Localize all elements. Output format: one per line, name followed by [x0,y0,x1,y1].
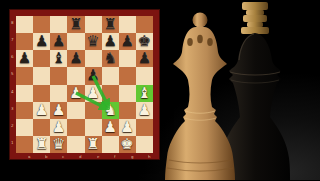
square-g4[interactable] [119,85,136,102]
piece-white-queen-c1[interactable]: ♛ [52,136,65,153]
piece-black-bishop-c6[interactable]: ♝ [52,50,65,67]
square-a3[interactable] [16,102,33,119]
square-b7[interactable]: ♟ [33,33,50,50]
square-c5[interactable] [50,67,67,84]
square-a6[interactable]: ♟ [16,50,33,67]
decorative-chess-pieces-photo [150,0,320,180]
screenshot-root: ♜♜♟♟♛♟♟♚♟♝♟♞♟♟♟♟♝♟♟♞♟♟♟♟♜♛♜♚ 87654321abc… [0,0,320,180]
file-label-a: a [28,154,30,159]
piece-black-knight-f6[interactable]: ♞ [103,50,116,67]
square-g6[interactable] [119,50,136,67]
square-c7[interactable]: ♟ [50,33,67,50]
square-f2[interactable]: ♟ [102,119,119,136]
square-f6[interactable]: ♞ [102,50,119,67]
board-grid: ♜♜♟♟♛♟♟♚♟♝♟♞♟♟♟♟♝♟♟♞♟♟♟♟♜♛♜♚ [16,16,153,153]
square-a8[interactable] [16,16,33,33]
piece-black-pawn-g7[interactable]: ♟ [121,33,134,50]
square-g3[interactable] [119,102,136,119]
file-label-d: d [79,154,82,159]
piece-black-pawn-b7[interactable]: ♟ [35,33,48,50]
square-c1[interactable]: ♛ [50,136,67,153]
piece-black-pawn-a6[interactable]: ♟ [18,50,31,67]
square-f5[interactable] [102,67,119,84]
square-d5[interactable] [67,67,84,84]
piece-white-rook-e1[interactable]: ♜ [86,136,99,153]
square-g7[interactable]: ♟ [119,33,136,50]
square-e5[interactable]: ♟ [85,67,102,84]
piece-white-pawn-b3[interactable]: ♟ [35,102,48,119]
rank-label-6: 6 [11,54,14,59]
rank-label-4: 4 [11,89,14,94]
square-g2[interactable]: ♟ [119,119,136,136]
square-b6[interactable] [33,50,50,67]
queen-crown-dimple [187,38,193,46]
piece-white-pawn-f2[interactable]: ♟ [103,119,116,136]
piece-white-pawn-e4[interactable]: ♟ [86,85,99,102]
square-c4[interactable] [50,85,67,102]
square-a5[interactable] [16,67,33,84]
queen-ball-top [193,13,208,28]
square-d1[interactable] [67,136,84,153]
file-label-e: e [97,154,99,159]
piece-white-pawn-c2[interactable]: ♟ [52,119,65,136]
square-d7[interactable] [67,33,84,50]
piece-black-rook-d8[interactable]: ♜ [69,16,82,33]
piece-black-rook-f8[interactable]: ♜ [103,16,116,33]
file-label-c: c [62,154,64,159]
square-e8[interactable] [85,16,102,33]
square-b5[interactable] [33,67,50,84]
file-label-f: f [114,154,115,159]
square-a7[interactable] [16,33,33,50]
white-queen-photo [165,13,235,181]
piece-black-pawn-d6[interactable]: ♟ [69,50,82,67]
piece-white-pawn-c3[interactable]: ♟ [52,102,65,119]
rank-label-8: 8 [11,20,14,25]
square-g8[interactable] [119,16,136,33]
piece-white-king-g1[interactable]: ♚ [121,136,134,153]
rank-label-3: 3 [11,106,14,111]
king-finial [242,2,268,10]
chess-board: ♜♜♟♟♛♟♟♚♟♝♟♞♟♟♟♟♝♟♟♞♟♟♟♟♜♛♜♚ 87654321abc… [10,10,159,159]
piece-black-pawn-f7[interactable]: ♟ [103,33,116,50]
square-b8[interactable] [33,16,50,33]
rank-label-2: 2 [11,123,14,128]
square-f7[interactable]: ♟ [102,33,119,50]
file-label-g: g [131,154,134,159]
square-d4[interactable]: ♟ [67,85,84,102]
piece-black-queen-e7[interactable]: ♛ [86,33,99,50]
square-d8[interactable]: ♜ [67,16,84,33]
square-g1[interactable]: ♚ [119,136,136,153]
square-d6[interactable]: ♟ [67,50,84,67]
square-b4[interactable] [33,85,50,102]
square-a2[interactable] [16,119,33,136]
square-c6[interactable]: ♝ [50,50,67,67]
square-a1[interactable] [16,136,33,153]
square-f3[interactable]: ♞ [102,102,119,119]
piece-white-pawn-d4[interactable]: ♟ [69,85,82,102]
square-b1[interactable]: ♜ [33,136,50,153]
square-e1[interactable]: ♜ [85,136,102,153]
file-label-b: b [45,154,48,159]
square-d2[interactable] [67,119,84,136]
rank-label-1: 1 [11,140,14,145]
square-c2[interactable]: ♟ [50,119,67,136]
square-c3[interactable]: ♟ [50,102,67,119]
piece-black-pawn-c7[interactable]: ♟ [52,33,65,50]
square-b2[interactable] [33,119,50,136]
square-g5[interactable] [119,67,136,84]
square-e4[interactable]: ♟ [85,85,102,102]
piece-white-knight-f3[interactable]: ♞ [103,102,116,119]
square-f1[interactable] [102,136,119,153]
rank-label-7: 7 [11,37,14,42]
square-e6[interactable] [85,50,102,67]
square-f4[interactable] [102,85,119,102]
square-e2[interactable] [85,119,102,136]
rank-label-5: 5 [11,71,14,76]
square-e7[interactable]: ♛ [85,33,102,50]
square-c8[interactable] [50,16,67,33]
piece-white-pawn-g2[interactable]: ♟ [121,119,134,136]
piece-black-pawn-e5[interactable]: ♟ [86,67,99,84]
square-d3[interactable] [67,102,84,119]
square-f8[interactable]: ♜ [102,16,119,33]
square-a4[interactable] [16,85,33,102]
piece-white-rook-b1[interactable]: ♜ [35,136,48,153]
square-e3[interactable] [85,102,102,119]
square-b3[interactable]: ♟ [33,102,50,119]
